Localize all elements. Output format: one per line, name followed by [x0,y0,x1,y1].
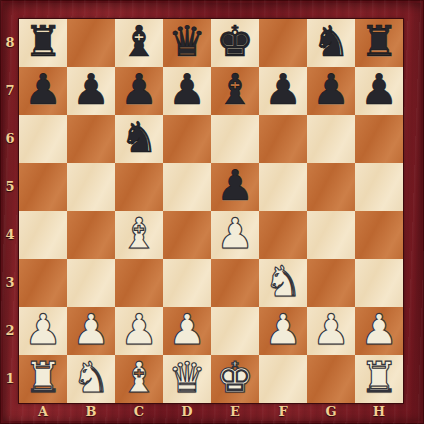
square-b2[interactable]: ♟ [67,307,115,355]
black-pawn[interactable]: ♟ [216,162,254,210]
black-king[interactable]: ♚ [216,18,254,66]
black-knight[interactable]: ♞ [312,18,350,66]
black-rook[interactable]: ♜ [360,18,398,66]
black-pawn[interactable]: ♟ [264,66,302,114]
square-a8[interactable]: ♜ [19,19,67,67]
black-pawn[interactable]: ♟ [120,66,158,114]
rank-label-8: 8 [2,19,18,67]
black-bishop[interactable]: ♝ [120,18,158,66]
square-c5[interactable] [115,163,163,211]
white-pawn[interactable]: ♟ [360,306,398,354]
square-f4[interactable] [259,211,307,259]
file-label-g: G [307,402,355,422]
black-pawn[interactable]: ♟ [168,66,206,114]
rank-label-3: 3 [2,259,18,307]
square-d1[interactable]: ♛ [163,355,211,403]
square-h4[interactable] [355,211,403,259]
square-g7[interactable]: ♟ [307,67,355,115]
black-queen[interactable]: ♛ [168,18,206,66]
white-rook[interactable]: ♜ [24,354,62,402]
square-e4[interactable]: ♟ [211,211,259,259]
square-h8[interactable]: ♜ [355,19,403,67]
rank-label-2: 2 [2,307,18,355]
square-c7[interactable]: ♟ [115,67,163,115]
file-label-b: B [67,402,115,422]
white-knight[interactable]: ♞ [72,354,110,402]
square-d4[interactable] [163,211,211,259]
square-b6[interactable] [67,115,115,163]
square-e1[interactable]: ♚ [211,355,259,403]
black-rook[interactable]: ♜ [24,18,62,66]
square-f3[interactable]: ♞ [259,259,307,307]
square-c2[interactable]: ♟ [115,307,163,355]
square-e2[interactable] [211,307,259,355]
file-label-a: A [19,402,67,422]
white-pawn[interactable]: ♟ [24,306,62,354]
square-f1[interactable] [259,355,307,403]
square-b3[interactable] [67,259,115,307]
square-c4[interactable]: ♝ [115,211,163,259]
square-d2[interactable]: ♟ [163,307,211,355]
square-d6[interactable] [163,115,211,163]
square-h6[interactable] [355,115,403,163]
square-e6[interactable] [211,115,259,163]
square-f5[interactable] [259,163,307,211]
square-h2[interactable]: ♟ [355,307,403,355]
square-c8[interactable]: ♝ [115,19,163,67]
square-b1[interactable]: ♞ [67,355,115,403]
white-pawn[interactable]: ♟ [264,306,302,354]
square-f6[interactable] [259,115,307,163]
rank-label-1: 1 [2,355,18,403]
square-e3[interactable] [211,259,259,307]
white-queen[interactable]: ♛ [168,354,206,402]
square-a7[interactable]: ♟ [19,67,67,115]
black-pawn[interactable]: ♟ [360,66,398,114]
square-e5[interactable]: ♟ [211,163,259,211]
square-d5[interactable] [163,163,211,211]
rank-label-5: 5 [2,163,18,211]
square-b4[interactable] [67,211,115,259]
chess-board: ♜♝♛♚♞♜♟♟♟♟♝♟♟♟♞♟♝♟♞♟♟♟♟♟♟♟♜♞♝♛♚♜ [19,19,403,403]
square-g4[interactable] [307,211,355,259]
square-a6[interactable] [19,115,67,163]
square-c6[interactable]: ♞ [115,115,163,163]
black-pawn[interactable]: ♟ [72,66,110,114]
white-pawn[interactable]: ♟ [312,306,350,354]
file-label-f: F [259,402,307,422]
square-c1[interactable]: ♝ [115,355,163,403]
square-a1[interactable]: ♜ [19,355,67,403]
white-pawn[interactable]: ♟ [168,306,206,354]
rank-label-7: 7 [2,67,18,115]
square-g1[interactable] [307,355,355,403]
square-a5[interactable] [19,163,67,211]
rank-label-4: 4 [2,211,18,259]
file-label-e: E [211,402,259,422]
square-f7[interactable]: ♟ [259,67,307,115]
square-a4[interactable] [19,211,67,259]
square-a3[interactable] [19,259,67,307]
white-king[interactable]: ♚ [216,354,254,402]
white-rook[interactable]: ♜ [360,354,398,402]
white-bishop[interactable]: ♝ [120,354,158,402]
square-a2[interactable]: ♟ [19,307,67,355]
square-g5[interactable] [307,163,355,211]
square-g3[interactable] [307,259,355,307]
white-pawn[interactable]: ♟ [120,306,158,354]
square-f2[interactable]: ♟ [259,307,307,355]
square-f8[interactable] [259,19,307,67]
square-g8[interactable]: ♞ [307,19,355,67]
file-label-d: D [163,402,211,422]
rank-label-6: 6 [2,115,18,163]
square-b7[interactable]: ♟ [67,67,115,115]
square-c3[interactable] [115,259,163,307]
chess-board-frame: ♜♝♛♚♞♜♟♟♟♟♝♟♟♟♞♟♝♟♞♟♟♟♟♟♟♟♜♞♝♛♚♜ 8765432… [0,0,424,424]
square-h7[interactable]: ♟ [355,67,403,115]
black-bishop[interactable]: ♝ [216,66,254,114]
white-knight[interactable]: ♞ [264,258,302,306]
white-bishop[interactable]: ♝ [120,210,158,258]
square-h1[interactable]: ♜ [355,355,403,403]
square-e8[interactable]: ♚ [211,19,259,67]
square-b8[interactable] [67,19,115,67]
square-g6[interactable] [307,115,355,163]
square-d7[interactable]: ♟ [163,67,211,115]
square-d3[interactable] [163,259,211,307]
black-pawn[interactable]: ♟ [312,66,350,114]
square-h3[interactable] [355,259,403,307]
square-h5[interactable] [355,163,403,211]
square-e7[interactable]: ♝ [211,67,259,115]
file-label-c: C [115,402,163,422]
square-b5[interactable] [67,163,115,211]
file-label-h: H [355,402,403,422]
black-knight[interactable]: ♞ [120,114,158,162]
white-pawn[interactable]: ♟ [216,210,254,258]
square-d8[interactable]: ♛ [163,19,211,67]
black-pawn[interactable]: ♟ [24,66,62,114]
white-pawn[interactable]: ♟ [72,306,110,354]
square-g2[interactable]: ♟ [307,307,355,355]
